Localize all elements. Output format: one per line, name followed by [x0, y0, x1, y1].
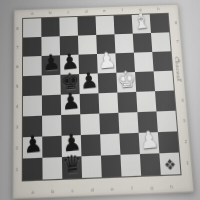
coordinate-label: 8: [174, 13, 178, 32]
black-pawn-a2[interactable]: ♟: [22, 132, 43, 158]
square-c8[interactable]: [59, 17, 78, 36]
square-e6[interactable]: ♟: [97, 53, 116, 73]
coordinate-label: c: [63, 188, 83, 193]
square-f4[interactable]: [117, 92, 137, 113]
square-a5[interactable]: [23, 75, 42, 96]
square-b4[interactable]: [42, 95, 61, 116]
coordinate-label: d: [77, 10, 95, 15]
brand-text: Chacess: [174, 56, 182, 81]
board-corner-logo-icon: ❖: [163, 155, 176, 173]
square-f3[interactable]: [118, 112, 138, 133]
black-pawn-b6[interactable]: ♟: [41, 51, 61, 74]
coordinate-label: 7: [175, 32, 179, 51]
coordinate-label: h: [162, 185, 182, 190]
coordinate-label: b: [41, 11, 59, 16]
black-pawn-d5[interactable]: ♟: [78, 69, 99, 93]
white-king-f5[interactable]: ♚: [116, 68, 137, 92]
coordinate-label: 1: [185, 152, 189, 174]
square-a6[interactable]: [23, 56, 42, 76]
square-g5[interactable]: [135, 71, 155, 92]
coordinate-label: 2: [184, 131, 188, 152]
square-a1[interactable]: [23, 158, 43, 181]
coordinate-label: c: [59, 10, 77, 15]
square-d7[interactable]: [78, 35, 97, 55]
square-e1[interactable]: [101, 155, 122, 177]
coordinate-label: 8: [16, 19, 19, 38]
black-pawn-c4[interactable]: ♟: [60, 90, 81, 114]
square-c4[interactable]: ♟: [61, 94, 80, 115]
coordinate-label: b: [43, 189, 63, 194]
coordinate-label: d: [82, 188, 102, 193]
square-g4[interactable]: [136, 91, 156, 112]
square-g2[interactable]: ♟: [139, 132, 160, 154]
square-d1[interactable]: [81, 156, 101, 178]
square-h8[interactable]: [150, 14, 170, 33]
rank-labels-left: 87654321: [16, 19, 19, 181]
coordinate-label: 4: [16, 96, 19, 116]
square-h4[interactable]: [155, 90, 175, 111]
square-e2[interactable]: [100, 134, 120, 156]
coordinate-label: a: [23, 190, 43, 195]
coordinate-label: 6: [16, 57, 19, 77]
square-e3[interactable]: [99, 113, 119, 134]
white-bishop-g8[interactable]: ♝: [131, 10, 152, 32]
square-g6[interactable]: [134, 52, 154, 72]
square-h6[interactable]: [152, 51, 172, 71]
board-grid: ♝♟♟♟♚♟♚♟♟♟♟♛❖: [23, 14, 181, 181]
coordinate-label: 5: [16, 76, 19, 96]
square-a8[interactable]: [23, 18, 41, 37]
coordinate-label: e: [95, 9, 113, 13]
square-e5[interactable]: [98, 73, 118, 94]
coordinate-label: 7: [16, 38, 19, 57]
coordinate-label: f: [113, 8, 131, 12]
square-d3[interactable]: [80, 114, 100, 135]
square-e8[interactable]: [96, 16, 115, 35]
square-a2[interactable]: ♟: [23, 137, 43, 159]
file-labels-bottom: abcdefgh: [23, 185, 182, 196]
coordinate-label: e: [102, 187, 122, 192]
coordinate-label: h: [149, 7, 167, 11]
coordinate-label: f: [122, 186, 142, 191]
coordinate-label: 3: [182, 110, 186, 131]
square-b5[interactable]: [42, 75, 61, 96]
photo-background: abcdefgh abcdefgh 87654321 87654321 Chac…: [0, 0, 200, 200]
square-f7[interactable]: [114, 34, 133, 54]
coordinate-label: 4: [180, 90, 184, 110]
square-a4[interactable]: [23, 95, 42, 116]
coordinate-label: a: [23, 11, 41, 16]
square-f8[interactable]: [114, 15, 133, 34]
black-queen-c1[interactable]: ♛: [61, 152, 82, 178]
white-pawn-g2[interactable]: ♟: [138, 128, 160, 153]
chess-board: abcdefgh abcdefgh 87654321 87654321 Chac…: [12, 4, 194, 200]
square-b3[interactable]: [42, 115, 61, 137]
square-b2[interactable]: [42, 136, 62, 158]
square-c1[interactable]: ♛: [62, 156, 82, 178]
coordinate-label: 1: [16, 159, 19, 181]
square-d2[interactable]: [81, 134, 101, 156]
square-b6[interactable]: ♟: [42, 55, 61, 75]
square-f5[interactable]: ♚: [116, 72, 136, 93]
square-d8[interactable]: [77, 16, 96, 35]
square-g7[interactable]: [133, 33, 153, 53]
square-h7[interactable]: [151, 32, 171, 52]
square-d5[interactable]: ♟: [79, 73, 98, 94]
square-h3[interactable]: [156, 111, 177, 132]
square-b1[interactable]: [42, 157, 62, 179]
white-pawn-e6[interactable]: ♟: [96, 49, 117, 72]
square-a7[interactable]: [23, 37, 42, 57]
square-h5[interactable]: [154, 71, 174, 91]
square-d4[interactable]: [80, 93, 100, 114]
square-g1[interactable]: [140, 153, 161, 175]
square-h1[interactable]: ❖: [159, 153, 180, 175]
square-b8[interactable]: [41, 18, 59, 37]
coordinate-label: 3: [16, 117, 19, 138]
coordinate-label: 2: [16, 137, 19, 158]
square-e4[interactable]: [99, 93, 119, 114]
square-h2[interactable]: [158, 131, 179, 153]
square-f2[interactable]: [119, 133, 140, 155]
coordinate-label: g: [142, 185, 162, 190]
square-g8[interactable]: ♝: [132, 14, 151, 33]
square-f1[interactable]: [120, 154, 141, 176]
